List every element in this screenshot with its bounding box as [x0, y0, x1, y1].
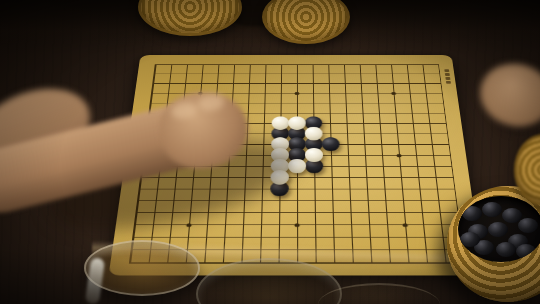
- basket-opening: [458, 196, 540, 262]
- basket-black-stone: [482, 202, 502, 217]
- white-stone[interactable]: [305, 127, 323, 141]
- basket-black-stone: [496, 242, 516, 257]
- star-point: [391, 92, 396, 95]
- star-point: [295, 92, 300, 95]
- white-stone[interactable]: [305, 148, 323, 162]
- basket-black-stone: [518, 218, 538, 233]
- basket-black-stone: [462, 206, 482, 221]
- basket-black-stone: [516, 244, 536, 259]
- star-point: [396, 154, 401, 157]
- basket-black-stone: [488, 222, 508, 237]
- star-point: [186, 223, 192, 227]
- black-stone[interactable]: [305, 159, 323, 173]
- black-stone[interactable]: [322, 137, 340, 151]
- star-point: [294, 223, 299, 227]
- photo-stage: [0, 0, 540, 304]
- basket-black-stone: [460, 232, 480, 247]
- white-stone[interactable]: [288, 116, 306, 129]
- star-point: [402, 223, 408, 227]
- white-stone[interactable]: [272, 116, 290, 129]
